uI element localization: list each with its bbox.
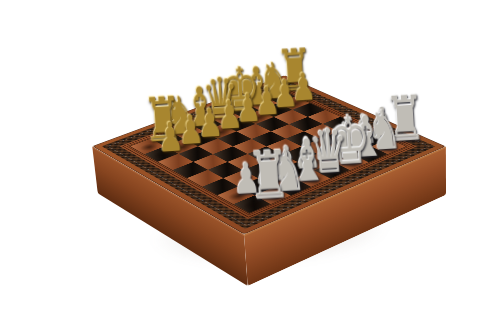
photo-stage: ♜♞♝♛♚♝♞♜♟♟♟♟♟♟♟♟♟♟♟♟♟♟♟♟♜♞♝♛♚♝♞♜ [0,0,480,313]
chess-box: ♜♞♝♛♚♝♞♜♟♟♟♟♟♟♟♟♟♟♟♟♟♟♟♟♜♞♝♛♚♝♞♜ [92,75,446,234]
piece-gold-black-pawn[interactable]: ♟ [156,117,176,158]
piece-silver-white-rook[interactable]: ♜ [246,142,269,209]
scene: ♜♞♝♛♚♝♞♜♟♟♟♟♟♟♟♟♟♟♟♟♟♟♟♟♜♞♝♛♚♝♞♜ [0,0,480,313]
